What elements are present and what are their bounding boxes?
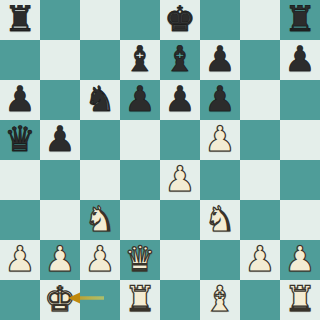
piece-white-queen: ♛ [124,240,155,279]
chess-board: ♜♚♜♝♝♟♟♟♞♟♟♟♛♟♟♟♞♞♟♟♟♛♟♟♚♜♝♜ [0,0,320,320]
piece-black-pawn: ♟ [284,40,315,79]
square-h6[interactable] [280,80,320,120]
square-e4[interactable]: ♟ [160,160,200,200]
square-c6[interactable]: ♞ [80,80,120,120]
piece-black-knight: ♞ [84,80,115,119]
square-f4[interactable] [200,160,240,200]
piece-black-queen: ♛ [4,120,35,159]
square-g2[interactable]: ♟ [240,240,280,280]
square-c3[interactable]: ♞ [80,200,120,240]
piece-black-pawn: ♟ [204,80,235,119]
piece-white-rook: ♜ [124,280,155,319]
square-h7[interactable]: ♟ [280,40,320,80]
piece-black-bishop: ♝ [124,40,155,79]
piece-white-knight: ♞ [204,200,235,239]
square-f3[interactable]: ♞ [200,200,240,240]
piece-black-king: ♚ [164,0,195,39]
square-b8[interactable] [40,0,80,40]
square-b2[interactable]: ♟ [40,240,80,280]
square-f2[interactable] [200,240,240,280]
square-e6[interactable]: ♟ [160,80,200,120]
square-h8[interactable]: ♜ [280,0,320,40]
square-g4[interactable] [240,160,280,200]
piece-white-pawn: ♟ [4,240,35,279]
square-g7[interactable] [240,40,280,80]
square-d3[interactable] [120,200,160,240]
square-a2[interactable]: ♟ [0,240,40,280]
square-a5[interactable]: ♛ [0,120,40,160]
square-e7[interactable]: ♝ [160,40,200,80]
square-d5[interactable] [120,120,160,160]
square-g8[interactable] [240,0,280,40]
square-c4[interactable] [80,160,120,200]
square-a4[interactable] [0,160,40,200]
piece-black-pawn: ♟ [44,120,75,159]
square-b5[interactable]: ♟ [40,120,80,160]
piece-white-rook: ♜ [284,280,315,319]
piece-white-pawn: ♟ [244,240,275,279]
piece-black-pawn: ♟ [204,40,235,79]
square-a7[interactable] [0,40,40,80]
square-d4[interactable] [120,160,160,200]
square-c8[interactable] [80,0,120,40]
square-f8[interactable] [200,0,240,40]
square-a1[interactable] [0,280,40,320]
square-g1[interactable] [240,280,280,320]
square-b4[interactable] [40,160,80,200]
square-a8[interactable]: ♜ [0,0,40,40]
square-e3[interactable] [160,200,200,240]
square-c2[interactable]: ♟ [80,240,120,280]
square-e1[interactable] [160,280,200,320]
square-d6[interactable]: ♟ [120,80,160,120]
square-h5[interactable] [280,120,320,160]
square-f7[interactable]: ♟ [200,40,240,80]
square-d8[interactable] [120,0,160,40]
piece-black-pawn: ♟ [4,80,35,119]
piece-white-pawn: ♟ [204,120,235,159]
square-g6[interactable] [240,80,280,120]
square-g3[interactable] [240,200,280,240]
square-b3[interactable] [40,200,80,240]
piece-black-rook: ♜ [284,0,315,39]
square-b1[interactable]: ♚ [40,280,80,320]
piece-white-pawn: ♟ [84,240,115,279]
square-h2[interactable]: ♟ [280,240,320,280]
square-d7[interactable]: ♝ [120,40,160,80]
piece-white-bishop: ♝ [204,280,235,319]
square-a6[interactable]: ♟ [0,80,40,120]
square-e5[interactable] [160,120,200,160]
square-h1[interactable]: ♜ [280,280,320,320]
square-d2[interactable]: ♛ [120,240,160,280]
piece-white-knight: ♞ [84,200,115,239]
piece-white-pawn: ♟ [164,160,195,199]
piece-black-pawn: ♟ [124,80,155,119]
square-a3[interactable] [0,200,40,240]
square-d1[interactable]: ♜ [120,280,160,320]
square-h3[interactable] [280,200,320,240]
square-b7[interactable] [40,40,80,80]
piece-black-pawn: ♟ [164,80,195,119]
square-f5[interactable]: ♟ [200,120,240,160]
chess-board-area: ♜♚♜♝♝♟♟♟♞♟♟♟♛♟♟♟♞♞♟♟♟♛♟♟♚♜♝♜ [0,0,320,320]
square-b6[interactable] [40,80,80,120]
square-c5[interactable] [80,120,120,160]
square-h4[interactable] [280,160,320,200]
piece-black-rook: ♜ [4,0,35,39]
square-g5[interactable] [240,120,280,160]
square-e8[interactable]: ♚ [160,0,200,40]
piece-white-pawn: ♟ [284,240,315,279]
piece-white-pawn: ♟ [44,240,75,279]
piece-black-bishop: ♝ [164,40,195,79]
piece-white-king: ♚ [44,280,75,319]
square-e2[interactable] [160,240,200,280]
square-f1[interactable]: ♝ [200,280,240,320]
square-f6[interactable]: ♟ [200,80,240,120]
square-c7[interactable] [80,40,120,80]
square-c1[interactable] [80,280,120,320]
